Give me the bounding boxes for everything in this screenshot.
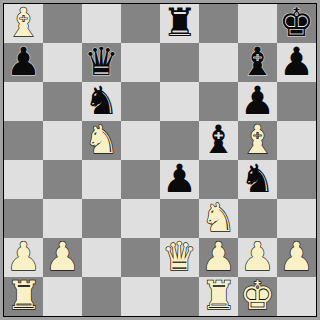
square-d4[interactable] [121, 160, 160, 199]
square-b6[interactable] [43, 82, 82, 121]
square-a2[interactable]: ♟ [4, 238, 43, 277]
white-bishop[interactable]: ♝ [240, 120, 275, 159]
square-c1[interactable] [82, 277, 121, 316]
white-knight[interactable]: ♞ [84, 120, 119, 159]
black-pawn[interactable]: ♟ [6, 42, 41, 81]
square-h8[interactable]: ♚ [277, 4, 316, 43]
square-b4[interactable] [43, 160, 82, 199]
square-h1[interactable] [277, 277, 316, 316]
square-e8[interactable]: ♜ [160, 4, 199, 43]
square-c2[interactable] [82, 238, 121, 277]
black-knight[interactable]: ♞ [84, 81, 119, 120]
black-knight[interactable]: ♞ [240, 159, 275, 198]
white-bishop[interactable]: ♝ [6, 3, 41, 42]
square-f7[interactable] [199, 43, 238, 82]
square-e5[interactable] [160, 121, 199, 160]
black-pawn[interactable]: ♟ [240, 81, 275, 120]
square-b3[interactable] [43, 199, 82, 238]
black-rook[interactable]: ♜ [162, 3, 197, 42]
square-f2[interactable]: ♟ [199, 238, 238, 277]
square-g4[interactable]: ♞ [238, 160, 277, 199]
square-h7[interactable]: ♟ [277, 43, 316, 82]
square-e3[interactable] [160, 199, 199, 238]
square-b1[interactable] [43, 277, 82, 316]
square-b8[interactable] [43, 4, 82, 43]
white-pawn[interactable]: ♟ [201, 237, 236, 276]
square-a8[interactable]: ♝ [4, 4, 43, 43]
square-f5[interactable]: ♝ [199, 121, 238, 160]
square-e7[interactable] [160, 43, 199, 82]
square-d6[interactable] [121, 82, 160, 121]
square-g7[interactable]: ♝ [238, 43, 277, 82]
square-d1[interactable] [121, 277, 160, 316]
square-a4[interactable] [4, 160, 43, 199]
black-bishop[interactable]: ♝ [201, 120, 236, 159]
square-e1[interactable] [160, 277, 199, 316]
square-c3[interactable] [82, 199, 121, 238]
square-e4[interactable]: ♟ [160, 160, 199, 199]
square-g1[interactable]: ♚ [238, 277, 277, 316]
square-c5[interactable]: ♞ [82, 121, 121, 160]
square-e6[interactable] [160, 82, 199, 121]
square-c7[interactable]: ♛ [82, 43, 121, 82]
square-a6[interactable] [4, 82, 43, 121]
square-b5[interactable] [43, 121, 82, 160]
black-bishop[interactable]: ♝ [240, 42, 275, 81]
square-c4[interactable] [82, 160, 121, 199]
square-e2[interactable]: ♛ [160, 238, 199, 277]
square-h6[interactable] [277, 82, 316, 121]
chess-board[interactable]: ♝♜♚♟♛♝♟♞♟♞♝♝♟♞♞♟♟♛♟♟♟♜♜♚ [3, 3, 317, 317]
square-g3[interactable] [238, 199, 277, 238]
black-pawn[interactable]: ♟ [162, 159, 197, 198]
square-g6[interactable]: ♟ [238, 82, 277, 121]
white-pawn[interactable]: ♟ [240, 237, 275, 276]
white-rook[interactable]: ♜ [6, 276, 41, 315]
square-h3[interactable] [277, 199, 316, 238]
white-rook[interactable]: ♜ [201, 276, 236, 315]
square-h5[interactable] [277, 121, 316, 160]
square-c8[interactable] [82, 4, 121, 43]
square-d7[interactable] [121, 43, 160, 82]
black-queen[interactable]: ♛ [84, 42, 119, 81]
square-f8[interactable] [199, 4, 238, 43]
square-f4[interactable] [199, 160, 238, 199]
square-f1[interactable]: ♜ [199, 277, 238, 316]
square-b7[interactable] [43, 43, 82, 82]
white-knight[interactable]: ♞ [201, 198, 236, 237]
square-g2[interactable]: ♟ [238, 238, 277, 277]
black-king[interactable]: ♚ [279, 3, 314, 42]
square-c6[interactable]: ♞ [82, 82, 121, 121]
square-d8[interactable] [121, 4, 160, 43]
black-pawn[interactable]: ♟ [279, 42, 314, 81]
square-h2[interactable]: ♟ [277, 238, 316, 277]
square-d2[interactable] [121, 238, 160, 277]
square-g5[interactable]: ♝ [238, 121, 277, 160]
square-a5[interactable] [4, 121, 43, 160]
square-a1[interactable]: ♜ [4, 277, 43, 316]
square-b2[interactable]: ♟ [43, 238, 82, 277]
white-king[interactable]: ♚ [240, 276, 275, 315]
white-pawn[interactable]: ♟ [45, 237, 80, 276]
square-a3[interactable] [4, 199, 43, 238]
square-h4[interactable] [277, 160, 316, 199]
white-queen[interactable]: ♛ [162, 237, 197, 276]
square-g8[interactable] [238, 4, 277, 43]
square-a7[interactable]: ♟ [4, 43, 43, 82]
white-pawn[interactable]: ♟ [279, 237, 314, 276]
square-d5[interactable] [121, 121, 160, 160]
white-pawn[interactable]: ♟ [6, 237, 41, 276]
square-f6[interactable] [199, 82, 238, 121]
square-f3[interactable]: ♞ [199, 199, 238, 238]
square-d3[interactable] [121, 199, 160, 238]
board-frame: ♝♜♚♟♛♝♟♞♟♞♝♝♟♞♞♟♟♛♟♟♟♜♜♚ [0, 0, 320, 320]
